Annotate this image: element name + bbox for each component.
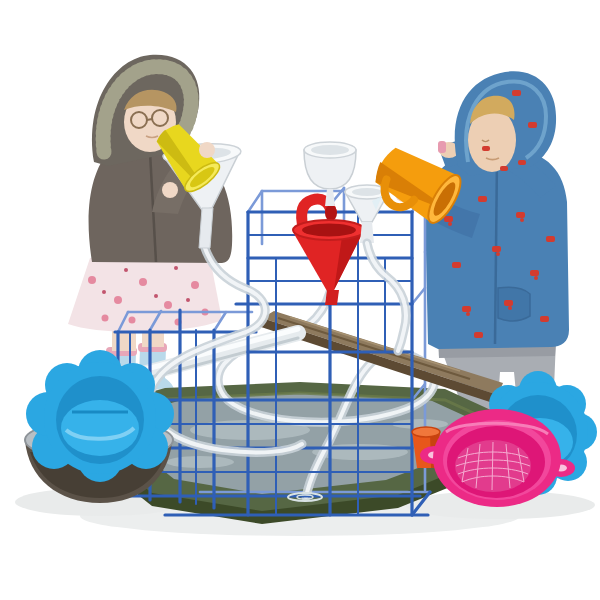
girl-hand — [162, 182, 178, 198]
girl-hand-on-cup — [199, 142, 215, 158]
coat-pocket — [498, 287, 530, 321]
wristband — [438, 141, 446, 153]
girl-floral-skirt — [68, 258, 222, 332]
red-funnel — [293, 199, 365, 305]
product-photo — [0, 0, 600, 600]
scene-illustration — [0, 0, 600, 600]
